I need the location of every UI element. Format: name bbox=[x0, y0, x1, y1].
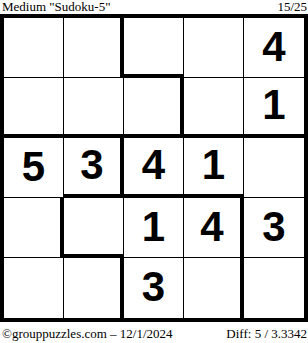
cell-r2c5[interactable]: 1 bbox=[244, 78, 304, 138]
cell-r5c4[interactable] bbox=[184, 258, 244, 318]
cell-r4c1[interactable] bbox=[4, 198, 64, 258]
cell-r4c3[interactable]: 1 bbox=[124, 198, 184, 258]
cell-r2c1[interactable] bbox=[4, 78, 64, 138]
remaining-counter: 15/25 bbox=[277, 0, 307, 14]
cell-r4c5[interactable]: 3 bbox=[244, 198, 304, 258]
cell-r5c3[interactable]: 3 bbox=[124, 258, 184, 318]
cell-r3c5[interactable] bbox=[244, 138, 304, 198]
copyright-credit: ©grouppuzzles.com – 12/1/2024 bbox=[2, 326, 173, 341]
difficulty-label: Diff: 5 / 3.3342 bbox=[226, 326, 307, 341]
cell-r3c3[interactable]: 4 bbox=[124, 138, 184, 198]
cell-r2c2[interactable] bbox=[64, 78, 124, 138]
cell-r1c4[interactable] bbox=[184, 18, 244, 78]
cell-r5c1[interactable] bbox=[4, 258, 64, 318]
sudoku-board: 4153411433 bbox=[0, 14, 308, 322]
cell-r4c4[interactable]: 4 bbox=[184, 198, 244, 258]
cell-r2c4[interactable] bbox=[184, 78, 244, 138]
cell-r2c3[interactable] bbox=[124, 78, 184, 138]
puzzle-header: Medium "Sudoku-5" 15/25 bbox=[0, 0, 308, 14]
puzzle-page: Medium "Sudoku-5" 15/25 4153411433 ©grou… bbox=[0, 0, 308, 343]
puzzle-footer: ©grouppuzzles.com – 12/1/2024 Diff: 5 / … bbox=[0, 322, 308, 343]
cell-r1c2[interactable] bbox=[64, 18, 124, 78]
cell-r3c1[interactable]: 5 bbox=[4, 138, 64, 198]
cell-r1c3[interactable] bbox=[124, 18, 184, 78]
cell-r5c2[interactable] bbox=[64, 258, 124, 318]
cell-r1c1[interactable] bbox=[4, 18, 64, 78]
cell-r1c5[interactable]: 4 bbox=[244, 18, 304, 78]
puzzle-title: Medium "Sudoku-5" bbox=[2, 0, 110, 14]
cell-r4c2[interactable] bbox=[64, 198, 124, 258]
cell-r5c5[interactable] bbox=[244, 258, 304, 318]
cell-r3c2[interactable]: 3 bbox=[64, 138, 124, 198]
cell-r3c4[interactable]: 1 bbox=[184, 138, 244, 198]
